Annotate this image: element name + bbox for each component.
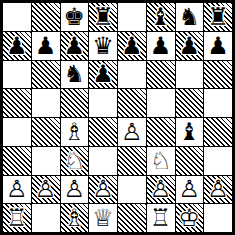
white-pawn-piece: ♟♙ (176, 176, 204, 204)
square-b2[interactable]: ♟♙ (32, 176, 60, 204)
square-g7[interactable]: ♟ (176, 32, 204, 60)
square-a6[interactable] (3, 61, 31, 89)
square-d1[interactable]: ♛♕ (89, 204, 117, 232)
white-rook-piece: ♜♖ (3, 204, 31, 232)
black-pawn-piece: ♟ (147, 32, 175, 60)
white-bishop-piece: ♝♗ (61, 118, 89, 146)
black-queen-piece: ♛ (89, 32, 117, 60)
square-d7[interactable]: ♛ (89, 32, 117, 60)
chess-board-grid: ♚♜♝♞♜♟♟♟♛♟♟♟♟♞♟♝♗♟♙♝♞♘♞♘♟♙♟♙♟♙♟♙♟♙♟♙♟♙♜♖… (3, 3, 232, 232)
square-f7[interactable]: ♟ (147, 32, 175, 60)
square-f4[interactable] (147, 118, 175, 146)
square-f6[interactable] (147, 61, 175, 89)
square-g3[interactable] (176, 147, 204, 175)
square-b3[interactable] (32, 147, 60, 175)
black-pawn-piece: ♟ (89, 61, 117, 89)
square-e3[interactable] (118, 147, 146, 175)
square-e2[interactable] (118, 176, 146, 204)
black-knight-piece: ♞ (61, 61, 89, 89)
white-pawn-piece: ♟♙ (61, 176, 89, 204)
square-e4[interactable]: ♟♙ (118, 118, 146, 146)
square-f1[interactable]: ♜♖ (147, 204, 175, 232)
black-bishop-piece: ♝ (176, 118, 204, 146)
square-b7[interactable]: ♟ (32, 32, 60, 60)
black-pawn-piece: ♟ (61, 32, 89, 60)
square-c1[interactable]: ♝♗ (61, 204, 89, 232)
black-rook-piece: ♜ (204, 3, 232, 31)
square-c7[interactable]: ♟ (61, 32, 89, 60)
white-knight-piece: ♞♘ (61, 147, 89, 175)
square-a1[interactable]: ♜♖ (3, 204, 31, 232)
white-queen-piece: ♛♕ (89, 204, 117, 232)
square-d4[interactable] (89, 118, 117, 146)
square-h4[interactable] (204, 118, 232, 146)
square-h7[interactable]: ♟ (204, 32, 232, 60)
square-g2[interactable]: ♟♙ (176, 176, 204, 204)
square-a5[interactable] (3, 89, 31, 117)
square-g5[interactable] (176, 89, 204, 117)
white-pawn-piece: ♟♙ (32, 176, 60, 204)
square-f8[interactable]: ♝ (147, 3, 175, 31)
square-a7[interactable]: ♟ (3, 32, 31, 60)
square-h8[interactable]: ♜ (204, 3, 232, 31)
square-a8[interactable] (3, 3, 31, 31)
white-pawn-piece: ♟♙ (3, 176, 31, 204)
square-c3[interactable]: ♞♘ (61, 147, 89, 175)
white-pawn-piece: ♟♙ (89, 176, 117, 204)
white-bishop-piece: ♝♗ (61, 204, 89, 232)
square-g4[interactable]: ♝ (176, 118, 204, 146)
square-b6[interactable] (32, 61, 60, 89)
square-a4[interactable] (3, 118, 31, 146)
square-b1[interactable] (32, 204, 60, 232)
square-h3[interactable] (204, 147, 232, 175)
square-h6[interactable] (204, 61, 232, 89)
square-c8[interactable]: ♚ (61, 3, 89, 31)
square-f3[interactable]: ♞♘ (147, 147, 175, 175)
square-e7[interactable]: ♟ (118, 32, 146, 60)
black-pawn-piece: ♟ (204, 32, 232, 60)
square-e5[interactable] (118, 89, 146, 117)
black-pawn-piece: ♟ (3, 32, 31, 60)
black-king-piece: ♚ (61, 3, 89, 31)
square-c4[interactable]: ♝♗ (61, 118, 89, 146)
square-g6[interactable] (176, 61, 204, 89)
square-d6[interactable]: ♟ (89, 61, 117, 89)
black-pawn-piece: ♟ (118, 32, 146, 60)
square-a3[interactable] (3, 147, 31, 175)
square-a2[interactable]: ♟♙ (3, 176, 31, 204)
square-f2[interactable]: ♟♙ (147, 176, 175, 204)
square-c2[interactable]: ♟♙ (61, 176, 89, 204)
square-d8[interactable]: ♜ (89, 3, 117, 31)
square-c6[interactable]: ♞ (61, 61, 89, 89)
square-b8[interactable] (32, 3, 60, 31)
white-pawn-piece: ♟♙ (147, 176, 175, 204)
square-e8[interactable] (118, 3, 146, 31)
square-d3[interactable] (89, 147, 117, 175)
black-knight-piece: ♞ (176, 3, 204, 31)
square-d5[interactable] (89, 89, 117, 117)
square-h2[interactable]: ♟♙ (204, 176, 232, 204)
white-pawn-piece: ♟♙ (118, 118, 146, 146)
square-h1[interactable] (204, 204, 232, 232)
square-b4[interactable] (32, 118, 60, 146)
white-king-piece: ♚♔ (176, 204, 204, 232)
square-b5[interactable] (32, 89, 60, 117)
black-pawn-piece: ♟ (32, 32, 60, 60)
white-rook-piece: ♜♖ (147, 204, 175, 232)
chess-board: ♚♜♝♞♜♟♟♟♛♟♟♟♟♞♟♝♗♟♙♝♞♘♞♘♟♙♟♙♟♙♟♙♟♙♟♙♟♙♜♖… (0, 0, 235, 235)
black-rook-piece: ♜ (89, 3, 117, 31)
square-d2[interactable]: ♟♙ (89, 176, 117, 204)
square-h5[interactable] (204, 89, 232, 117)
white-knight-piece: ♞♘ (147, 147, 175, 175)
black-pawn-piece: ♟ (176, 32, 204, 60)
black-bishop-piece: ♝ (147, 3, 175, 31)
square-f5[interactable] (147, 89, 175, 117)
white-pawn-piece: ♟♙ (204, 176, 232, 204)
square-g8[interactable]: ♞ (176, 3, 204, 31)
square-e6[interactable] (118, 61, 146, 89)
square-c5[interactable] (61, 89, 89, 117)
square-g1[interactable]: ♚♔ (176, 204, 204, 232)
square-e1[interactable] (118, 204, 146, 232)
